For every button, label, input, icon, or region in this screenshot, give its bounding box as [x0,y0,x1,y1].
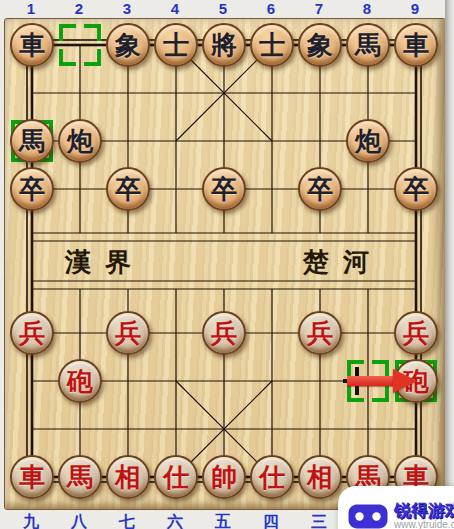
piece-black-elephant[interactable]: 象 [106,23,150,67]
piece-black-soldier[interactable]: 卒 [106,167,150,211]
watermark-site-url: www.ytruide.com [394,520,454,529]
piece-black-chariot[interactable]: 車 [394,23,438,67]
piece-black-advisor[interactable]: 士 [154,23,198,67]
file-label-top: 1 [21,0,41,18]
piece-red-advisor[interactable]: 仕 [250,455,294,499]
file-label-top: 4 [165,0,185,18]
file-label-bottom: 九 [21,513,41,529]
watermark-badge: 锐得游戏网 www.ytruide.com [338,486,454,529]
piece-red-elephant[interactable]: 相 [106,455,150,499]
file-label-bottom: 四 [261,513,281,529]
piece-black-advisor[interactable]: 士 [250,23,294,67]
file-label-bottom: 三 [309,513,329,529]
river-label-left: 漢界 [65,245,145,280]
file-label-bottom: 五 [213,513,233,529]
file-label-top: 7 [309,0,329,18]
piece-black-soldier[interactable]: 卒 [202,167,246,211]
piece-black-soldier[interactable]: 卒 [394,167,438,211]
river-label-right: 楚河 [303,245,383,280]
move-arrow-head [393,369,417,393]
piece-black-horse[interactable]: 馬 [346,23,390,67]
piece-black-elephant[interactable]: 象 [298,23,342,67]
board-edge-shadow [445,0,454,529]
piece-red-advisor[interactable]: 仕 [154,455,198,499]
piece-black-cannon[interactable]: 炮 [58,119,102,163]
piece-red-soldier[interactable]: 兵 [298,311,342,355]
piece-red-soldier[interactable]: 兵 [106,311,150,355]
watermark-site-name: 锐得游戏网 [394,502,454,520]
piece-red-general[interactable]: 帥 [202,455,246,499]
file-label-top: 5 [213,0,233,18]
piece-red-soldier[interactable]: 兵 [394,311,438,355]
bracket-corner [59,24,76,41]
bracket-corner [372,360,389,377]
xiangqi-app-window: 漢界 楚河 車象士將士象馬車馬炮炮卒卒卒卒卒兵兵兵兵兵砲砲車馬相仕帥仕相馬車 1… [0,0,454,529]
piece-red-soldier[interactable]: 兵 [10,311,54,355]
piece-red-soldier[interactable]: 兵 [202,311,246,355]
board[interactable]: 漢界 楚河 車象士將士象馬車馬炮炮卒卒卒卒卒兵兵兵兵兵砲砲車馬相仕帥仕相馬車 [4,18,446,510]
file-label-top: 3 [117,0,137,18]
piece-black-cannon[interactable]: 炮 [346,119,390,163]
piece-red-cannon[interactable]: 砲 [58,359,102,403]
bracket-corner [372,385,389,402]
file-label-top: 6 [261,0,281,18]
file-label-bottom: 七 [117,513,137,529]
bracket-corner [59,49,76,66]
file-label-top: 8 [357,0,377,18]
file-label-top: 9 [405,0,425,18]
file-label-top: 2 [69,0,89,18]
move-arrow-shaft [347,376,393,386]
piece-black-chariot[interactable]: 車 [10,23,54,67]
move-highlight-bracket [59,24,101,66]
piece-black-soldier[interactable]: 卒 [10,167,54,211]
bracket-corner [84,24,101,41]
file-label-bottom: 八 [69,513,89,529]
piece-red-chariot[interactable]: 車 [10,455,54,499]
piece-red-elephant[interactable]: 相 [298,455,342,499]
file-label-bottom: 六 [165,513,185,529]
piece-black-soldier[interactable]: 卒 [298,167,342,211]
piece-black-general[interactable]: 將 [202,23,246,67]
piece-red-horse[interactable]: 馬 [58,455,102,499]
gamepad-icon [348,503,388,529]
piece-black-horse[interactable]: 馬 [10,119,54,163]
bracket-corner [84,49,101,66]
